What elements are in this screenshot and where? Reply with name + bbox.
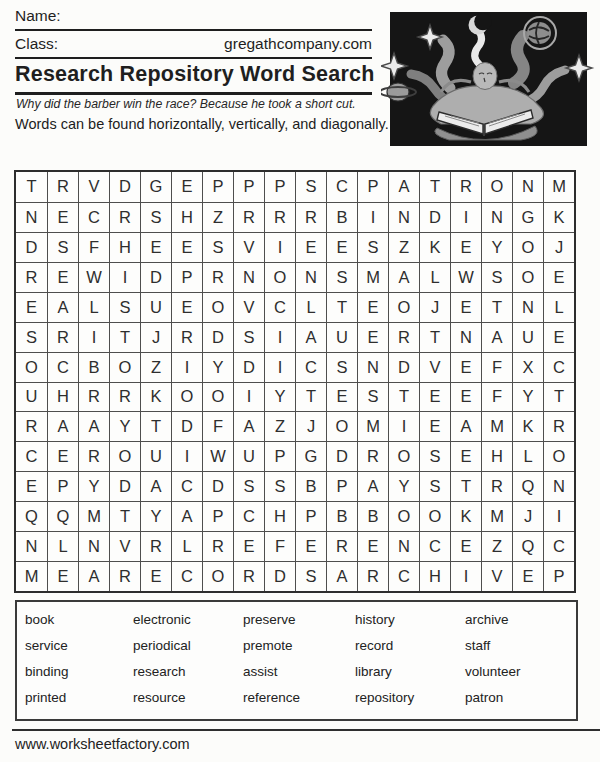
grid-cell: A: [171, 501, 202, 531]
grid-cell: Y: [140, 501, 171, 531]
grid-cell: E: [326, 382, 357, 412]
grid-cell: D: [202, 471, 233, 501]
grid-cell: E: [47, 202, 78, 232]
grid-cell: N: [388, 202, 419, 232]
grid-cell: V: [233, 232, 264, 262]
grid-cell: A: [78, 561, 109, 591]
grid-cell: M: [357, 411, 388, 441]
grid-cell: D: [233, 352, 264, 382]
grid-cell: W: [202, 441, 233, 471]
word-list-item: resource: [133, 690, 243, 716]
grid-cell: E: [450, 292, 481, 322]
word-list-item: research: [133, 664, 243, 690]
grid-cell: M: [481, 411, 512, 441]
grid-cell: N: [450, 322, 481, 352]
grid-cell: N: [233, 262, 264, 292]
grid-cell: I: [264, 232, 295, 262]
grid-cell: E: [450, 382, 481, 412]
grid-cell: I: [543, 501, 574, 531]
grid-cell: M: [357, 262, 388, 292]
grid-cell: E: [357, 292, 388, 322]
word-list-item: repository: [355, 690, 465, 716]
grid-cell: R: [388, 322, 419, 352]
grid-cell: I: [78, 322, 109, 352]
grid-cell: R: [109, 202, 140, 232]
grid-cell: E: [419, 382, 450, 412]
grid-cell: A: [450, 411, 481, 441]
website-text: gregathcompany.com: [224, 35, 372, 53]
grid-cell: D: [140, 262, 171, 292]
grid-cell: C: [233, 501, 264, 531]
grid-cell: A: [47, 411, 78, 441]
grid-cell: S: [326, 262, 357, 292]
grid-cell: D: [202, 322, 233, 352]
grid-cell: R: [202, 531, 233, 561]
footer-url: www.worksheetfactory.com: [15, 736, 190, 752]
grid-cell: R: [78, 382, 109, 412]
grid-cell: P: [202, 501, 233, 531]
grid-cell: O: [16, 352, 47, 382]
grid-cell: N: [78, 531, 109, 561]
grid-cell: R: [16, 411, 47, 441]
grid-cell: Y: [202, 352, 233, 382]
grid-cell: T: [450, 471, 481, 501]
grid-cell: Z: [481, 531, 512, 561]
grid-cell: S: [16, 322, 47, 352]
grid-cell: C: [543, 531, 574, 561]
grid-cell: R: [481, 471, 512, 501]
grid-cell: T: [419, 322, 450, 352]
grid-cell: P: [326, 471, 357, 501]
grid-cell: G: [512, 202, 543, 232]
grid-cell: P: [171, 262, 202, 292]
grid-cell: U: [140, 292, 171, 322]
word-list-item: patron: [465, 690, 576, 716]
word-list-item: history: [355, 612, 465, 638]
grid-cell: L: [512, 441, 543, 471]
grid-cell: S: [419, 471, 450, 501]
grid-cell: O: [109, 352, 140, 382]
grid-cell: P: [357, 172, 388, 202]
grid-cell: T: [109, 501, 140, 531]
grid-cell: W: [78, 262, 109, 292]
grid-cell: C: [264, 292, 295, 322]
grid-cell: Y: [109, 411, 140, 441]
grid-cell: O: [202, 382, 233, 412]
grid-cell: B: [78, 352, 109, 382]
grid-cell: E: [47, 561, 78, 591]
grid-cell: E: [543, 322, 574, 352]
grid-cell: A: [388, 172, 419, 202]
word-grid: TRVDGEPPPSCPATRONMNECRSHZRRRBINDINGKDSFH…: [14, 170, 576, 593]
grid-cell: A: [295, 322, 326, 352]
grid-cell: R: [16, 262, 47, 292]
grid-cell: O: [202, 292, 233, 322]
grid-cell: B: [326, 202, 357, 232]
grid-cell: I: [264, 322, 295, 352]
grid-cell: R: [78, 441, 109, 471]
grid-cell: N: [512, 292, 543, 322]
grid-cell: I: [264, 352, 295, 382]
grid-cell: Y: [264, 382, 295, 412]
grid-cell: E: [450, 232, 481, 262]
grid-cell: T: [140, 411, 171, 441]
grid-cell: I: [233, 382, 264, 412]
word-list-item: electronic: [133, 612, 243, 638]
grid-cell: L: [171, 531, 202, 561]
grid-cell: J: [140, 322, 171, 352]
grid-cell: S: [357, 232, 388, 262]
grid-cell: A: [47, 292, 78, 322]
grid-cell: J: [512, 501, 543, 531]
word-list-item: assist: [243, 664, 355, 690]
grid-cell: C: [543, 352, 574, 382]
grid-cell: R: [140, 531, 171, 561]
grid-cell: A: [140, 471, 171, 501]
grid-cell: U: [512, 322, 543, 352]
grid-cell: P: [202, 172, 233, 202]
grid-cell: M: [543, 172, 574, 202]
grid-cell: R: [295, 202, 326, 232]
grid-cell: N: [512, 172, 543, 202]
grid-cell: K: [543, 202, 574, 232]
grid-cell: O: [171, 382, 202, 412]
grid-cell: E: [140, 232, 171, 262]
grid-cell: S: [326, 352, 357, 382]
grid-cell: L: [295, 292, 326, 322]
word-list-item: staff: [465, 638, 576, 664]
grid-cell: V: [419, 352, 450, 382]
grid-cell: U: [16, 382, 47, 412]
grid-cell: C: [295, 352, 326, 382]
grid-cell: R: [171, 322, 202, 352]
footer-divider: [12, 729, 600, 731]
grid-cell: D: [264, 561, 295, 591]
grid-cell: S: [233, 322, 264, 352]
grid-cell: E: [295, 531, 326, 561]
page-title: Research Repository Word Search: [15, 59, 372, 95]
grid-cell: T: [419, 172, 450, 202]
grid-cell: O: [481, 172, 512, 202]
grid-cell: R: [326, 531, 357, 561]
word-list-item: book: [25, 612, 133, 638]
grid-cell: O: [109, 441, 140, 471]
grid-cell: U: [233, 441, 264, 471]
grid-cell: I: [450, 561, 481, 591]
grid-cell: E: [543, 262, 574, 292]
grid-cell: F: [481, 382, 512, 412]
grid-cell: E: [233, 531, 264, 561]
grid-cell: K: [512, 411, 543, 441]
grid-cell: A: [357, 471, 388, 501]
grid-cell: O: [512, 262, 543, 292]
grid-cell: S: [140, 202, 171, 232]
grid-cell: H: [171, 202, 202, 232]
grid-cell: E: [295, 232, 326, 262]
grid-cell: H: [419, 561, 450, 591]
grid-cell: Q: [512, 531, 543, 561]
reading-figure-illustration: [381, 10, 595, 152]
grid-cell: A: [388, 262, 419, 292]
grid-cell: C: [419, 531, 450, 561]
grid-cell: R: [109, 561, 140, 591]
grid-cell: F: [202, 411, 233, 441]
grid-cell: O: [388, 292, 419, 322]
grid-cell: H: [264, 501, 295, 531]
grid-cell: H: [109, 232, 140, 262]
grid-cell: W: [450, 262, 481, 292]
grid-cell: P: [47, 471, 78, 501]
grid-cell: E: [357, 322, 388, 352]
grid-cell: R: [233, 561, 264, 591]
grid-cell: C: [16, 441, 47, 471]
grid-cell: I: [171, 441, 202, 471]
grid-cell: N: [481, 202, 512, 232]
class-row: Class: gregathcompany.com: [15, 35, 372, 59]
grid-cell: S: [47, 232, 78, 262]
grid-cell: R: [233, 202, 264, 232]
grid-cell: I: [388, 411, 419, 441]
grid-cell: C: [171, 471, 202, 501]
grid-cell: D: [388, 352, 419, 382]
grid-cell: S: [233, 471, 264, 501]
grid-cell: Y: [512, 382, 543, 412]
grid-cell: P: [264, 172, 295, 202]
grid-cell: R: [264, 202, 295, 232]
grid-cell: H: [481, 441, 512, 471]
grid-cell: O: [543, 441, 574, 471]
word-list-item: reference: [243, 690, 355, 716]
grid-cell: Q: [47, 501, 78, 531]
grid-cell: J: [419, 292, 450, 322]
grid-cell: N: [543, 471, 574, 501]
grid-cell: K: [140, 382, 171, 412]
grid-cell: T: [16, 172, 47, 202]
grid-cell: J: [543, 232, 574, 262]
grid-cell: E: [16, 292, 47, 322]
grid-cell: X: [512, 352, 543, 382]
grid-cell: Y: [78, 471, 109, 501]
joke-text: Why did the barber win the race? Because…: [16, 97, 376, 111]
word-list-item: service: [25, 638, 133, 664]
word-list-item: record: [355, 638, 465, 664]
grid-cell: T: [326, 292, 357, 322]
grid-cell: R: [47, 322, 78, 352]
grid-cell: Z: [388, 232, 419, 262]
grid-cell: N: [16, 531, 47, 561]
grid-cell: A: [326, 561, 357, 591]
grid-cell: D: [326, 441, 357, 471]
word-list-item: archive: [465, 612, 576, 638]
grid-cell: K: [450, 501, 481, 531]
grid-cell: M: [481, 501, 512, 531]
grid-cell: P: [295, 501, 326, 531]
grid-cell: D: [109, 471, 140, 501]
grid-cell: E: [450, 352, 481, 382]
grid-cell: R: [202, 262, 233, 292]
grid-cell: U: [140, 441, 171, 471]
grid-cell: P: [264, 441, 295, 471]
grid-cell: C: [171, 561, 202, 591]
grid-cell: T: [543, 382, 574, 412]
grid-cell: U: [326, 322, 357, 352]
grid-cell: E: [419, 411, 450, 441]
grid-cell: I: [450, 202, 481, 232]
grid-cell: R: [109, 382, 140, 412]
grid-cell: A: [78, 411, 109, 441]
grid-cell: T: [295, 382, 326, 412]
grid-cell: R: [543, 411, 574, 441]
grid-cell: C: [78, 202, 109, 232]
name-label: Name:: [15, 7, 372, 31]
grid-cell: G: [295, 441, 326, 471]
grid-cell: B: [357, 501, 388, 531]
grid-cell: T: [109, 322, 140, 352]
grid-cell: J: [295, 411, 326, 441]
grid-cell: S: [202, 232, 233, 262]
grid-cell: O: [264, 262, 295, 292]
grid-cell: L: [47, 531, 78, 561]
grid-cell: E: [47, 262, 78, 292]
grid-cell: S: [419, 441, 450, 471]
grid-cell: O: [202, 561, 233, 591]
grid-cell: E: [512, 561, 543, 591]
grid-cell: E: [326, 232, 357, 262]
grid-cell: D: [109, 172, 140, 202]
grid-cell: N: [295, 262, 326, 292]
grid-cell: E: [171, 172, 202, 202]
grid-cell: C: [47, 352, 78, 382]
grid-cell: I: [357, 202, 388, 232]
grid-cell: C: [326, 172, 357, 202]
grid-cell: E: [450, 531, 481, 561]
grid-cell: C: [388, 561, 419, 591]
grid-cell: S: [481, 262, 512, 292]
grid-cell: S: [264, 471, 295, 501]
grid-cell: Z: [140, 352, 171, 382]
grid-cell: B: [295, 471, 326, 501]
grid-cell: D: [419, 202, 450, 232]
grid-cell: E: [16, 471, 47, 501]
grid-cell: V: [78, 172, 109, 202]
grid-cell: L: [78, 292, 109, 322]
grid-cell: Z: [202, 202, 233, 232]
grid-cell: E: [140, 561, 171, 591]
grid-cell: R: [450, 172, 481, 202]
grid-cell: O: [419, 501, 450, 531]
grid-cell: Q: [512, 471, 543, 501]
grid-cell: R: [47, 172, 78, 202]
grid-cell: O: [388, 501, 419, 531]
grid-cell: B: [326, 501, 357, 531]
word-list-item: periodical: [133, 638, 243, 664]
grid-cell: Q: [16, 501, 47, 531]
word-list-item: volunteer: [465, 664, 576, 690]
grid-cell: V: [481, 561, 512, 591]
grid-cell: Y: [481, 232, 512, 262]
grid-cell: I: [171, 352, 202, 382]
grid-cell: S: [109, 292, 140, 322]
grid-cell: L: [543, 292, 574, 322]
grid-cell: F: [264, 531, 295, 561]
grid-cell: H: [47, 382, 78, 412]
grid-cell: N: [16, 202, 47, 232]
grid-cell: D: [171, 411, 202, 441]
grid-cell: M: [16, 561, 47, 591]
grid-cell: O: [388, 441, 419, 471]
word-list-item: preserve: [243, 612, 355, 638]
grid-cell: Z: [264, 411, 295, 441]
grid-cell: E: [47, 441, 78, 471]
grid-cell: E: [171, 292, 202, 322]
grid-cell: A: [233, 411, 264, 441]
grid-cell: O: [326, 411, 357, 441]
grid-cell: E: [450, 441, 481, 471]
grid-cell: Y: [388, 471, 419, 501]
grid-cell: F: [78, 232, 109, 262]
grid-cell: E: [357, 531, 388, 561]
grid-cell: K: [419, 232, 450, 262]
class-label: Class:: [15, 35, 58, 53]
grid-cell: A: [481, 322, 512, 352]
grid-cell: M: [78, 501, 109, 531]
grid-cell: I: [109, 262, 140, 292]
grid-cell: P: [233, 172, 264, 202]
grid-cell: T: [481, 292, 512, 322]
grid-cell: N: [357, 352, 388, 382]
grid-cell: P: [543, 561, 574, 591]
grid-cell: E: [171, 232, 202, 262]
grid-cell: L: [419, 262, 450, 292]
grid-cell: D: [16, 232, 47, 262]
word-list-item: binding: [25, 664, 133, 690]
grid-cell: O: [512, 232, 543, 262]
grid-cell: S: [295, 172, 326, 202]
grid-cell: S: [357, 382, 388, 412]
word-list-item: premote: [243, 638, 355, 664]
grid-cell: S: [295, 561, 326, 591]
grid-cell: T: [388, 382, 419, 412]
grid-cell: G: [140, 172, 171, 202]
word-list: bookelectronicpreservehistoryarchiveserv…: [15, 600, 578, 721]
grid-cell: N: [388, 531, 419, 561]
instructions-text: Words can be found horizontally, vertica…: [15, 116, 395, 132]
grid-cell: F: [481, 352, 512, 382]
grid-cell: V: [109, 531, 140, 561]
grid-cell: R: [357, 561, 388, 591]
word-list-item: printed: [25, 690, 133, 716]
grid-cell: R: [357, 441, 388, 471]
grid-cell: V: [233, 292, 264, 322]
word-list-item: library: [355, 664, 465, 690]
